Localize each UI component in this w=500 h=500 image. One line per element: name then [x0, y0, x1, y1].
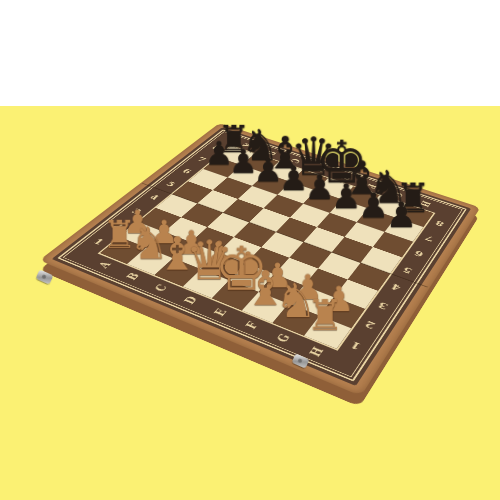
piece-white-rook: ♜ [306, 295, 342, 337]
scene: ABCDEFGH ABCDEFGH 87654321 87654321 ♜♞♝♛… [0, 0, 500, 500]
product-photo: ABCDEFGH ABCDEFGH 87654321 87654321 ♜♞♝♛… [0, 0, 500, 500]
playing-area: ♜♞♝♛♚♝♞♜♟♟♟♟♟♟♟♟♟♟♟♟♟♟♟♟♜♞♝♛♚♝♞♜ [98, 145, 436, 351]
piece-white-knight: ♞ [275, 277, 310, 324]
chess-board: ABCDEFGH ABCDEFGH 87654321 87654321 ♜♞♝♛… [39, 123, 480, 396]
piece-white-bishop: ♝ [244, 264, 279, 312]
board-border: ABCDEFGH ABCDEFGH 87654321 87654321 ♜♞♝♛… [52, 128, 471, 387]
